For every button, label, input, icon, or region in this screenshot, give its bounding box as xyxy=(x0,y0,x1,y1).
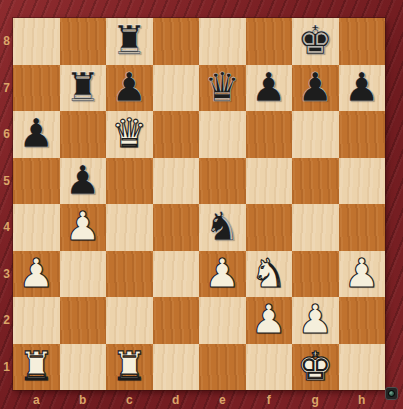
black-pawn[interactable]: ♟ xyxy=(344,67,380,107)
corner-dot-button[interactable] xyxy=(385,387,398,400)
square-g1[interactable]: ♚ xyxy=(292,344,339,391)
square-f8[interactable] xyxy=(246,18,293,65)
white-queen[interactable]: ♛ xyxy=(111,113,147,153)
white-king[interactable]: ♚ xyxy=(297,346,333,386)
file-label-g: g xyxy=(292,390,339,409)
square-f1[interactable] xyxy=(246,344,293,391)
square-a1[interactable]: ♜ xyxy=(13,344,60,391)
square-e8[interactable] xyxy=(199,18,246,65)
file-label-e: e xyxy=(199,390,246,409)
square-e6[interactable] xyxy=(199,111,246,158)
white-knight[interactable]: ♞ xyxy=(251,253,287,293)
rank-label-3: 3 xyxy=(0,251,13,298)
black-pawn[interactable]: ♟ xyxy=(111,67,147,107)
square-c1[interactable]: ♜ xyxy=(106,344,153,391)
square-f5[interactable] xyxy=(246,158,293,205)
square-b6[interactable] xyxy=(60,111,107,158)
file-label-f: f xyxy=(246,390,293,409)
black-king[interactable]: ♚ xyxy=(297,20,333,60)
square-a2[interactable] xyxy=(13,297,60,344)
square-e4[interactable]: ♞ xyxy=(199,204,246,251)
square-d4[interactable] xyxy=(153,204,200,251)
square-f6[interactable] xyxy=(246,111,293,158)
square-h8[interactable] xyxy=(339,18,386,65)
square-c7[interactable]: ♟ xyxy=(106,65,153,112)
square-a6[interactable]: ♟ xyxy=(13,111,60,158)
white-rook[interactable]: ♜ xyxy=(111,346,147,386)
rank-label-8: 8 xyxy=(0,18,13,65)
white-pawn[interactable]: ♟ xyxy=(65,206,101,246)
file-label-h: h xyxy=(339,390,386,409)
rank-label-1: 1 xyxy=(0,344,13,391)
chess-board-frame: ♜♚♜♟♛♟♟♟♟♛♟♟♞♟♟♞♟♟♟♜♜♚ 87654321 abcdefgh xyxy=(0,0,403,409)
square-g2[interactable]: ♟ xyxy=(292,297,339,344)
rank-label-2: 2 xyxy=(0,297,13,344)
square-e1[interactable] xyxy=(199,344,246,391)
square-a8[interactable] xyxy=(13,18,60,65)
chess-board: ♜♚♜♟♛♟♟♟♟♛♟♟♞♟♟♞♟♟♟♜♜♚ xyxy=(13,18,385,390)
square-g8[interactable]: ♚ xyxy=(292,18,339,65)
black-pawn[interactable]: ♟ xyxy=(297,67,333,107)
square-e3[interactable]: ♟ xyxy=(199,251,246,298)
square-a7[interactable] xyxy=(13,65,60,112)
black-rook[interactable]: ♜ xyxy=(111,20,147,60)
rank-label-4: 4 xyxy=(0,204,13,251)
square-d7[interactable] xyxy=(153,65,200,112)
square-b2[interactable] xyxy=(60,297,107,344)
square-h6[interactable] xyxy=(339,111,386,158)
square-b4[interactable]: ♟ xyxy=(60,204,107,251)
square-g3[interactable] xyxy=(292,251,339,298)
white-pawn[interactable]: ♟ xyxy=(204,253,240,293)
square-c3[interactable] xyxy=(106,251,153,298)
white-pawn[interactable]: ♟ xyxy=(297,299,333,339)
square-c6[interactable]: ♛ xyxy=(106,111,153,158)
square-b3[interactable] xyxy=(60,251,107,298)
square-b5[interactable]: ♟ xyxy=(60,158,107,205)
black-pawn[interactable]: ♟ xyxy=(251,67,287,107)
square-a4[interactable] xyxy=(13,204,60,251)
rank-label-5: 5 xyxy=(0,158,13,205)
black-pawn[interactable]: ♟ xyxy=(18,113,54,153)
square-g6[interactable] xyxy=(292,111,339,158)
black-rook[interactable]: ♜ xyxy=(65,67,101,107)
file-labels: abcdefgh xyxy=(13,390,385,409)
file-label-b: b xyxy=(60,390,107,409)
square-d8[interactable] xyxy=(153,18,200,65)
target-dot-icon xyxy=(388,390,395,397)
file-label-c: c xyxy=(106,390,153,409)
square-h3[interactable]: ♟ xyxy=(339,251,386,298)
file-label-a: a xyxy=(13,390,60,409)
square-e5[interactable] xyxy=(199,158,246,205)
square-d6[interactable] xyxy=(153,111,200,158)
rank-labels: 87654321 xyxy=(0,18,13,390)
white-pawn[interactable]: ♟ xyxy=(18,253,54,293)
square-f7[interactable]: ♟ xyxy=(246,65,293,112)
square-h7[interactable]: ♟ xyxy=(339,65,386,112)
white-pawn[interactable]: ♟ xyxy=(344,253,380,293)
square-h4[interactable] xyxy=(339,204,386,251)
square-b1[interactable] xyxy=(60,344,107,391)
square-g4[interactable] xyxy=(292,204,339,251)
square-c2[interactable] xyxy=(106,297,153,344)
square-d1[interactable] xyxy=(153,344,200,391)
black-pawn[interactable]: ♟ xyxy=(65,160,101,200)
square-h1[interactable] xyxy=(339,344,386,391)
square-g5[interactable] xyxy=(292,158,339,205)
file-label-d: d xyxy=(153,390,200,409)
white-rook[interactable]: ♜ xyxy=(18,346,54,386)
square-h2[interactable] xyxy=(339,297,386,344)
black-queen[interactable]: ♛ xyxy=(204,67,240,107)
black-knight[interactable]: ♞ xyxy=(204,206,240,246)
square-f3[interactable]: ♞ xyxy=(246,251,293,298)
square-c4[interactable] xyxy=(106,204,153,251)
rank-label-7: 7 xyxy=(0,65,13,112)
square-f4[interactable] xyxy=(246,204,293,251)
square-a3[interactable]: ♟ xyxy=(13,251,60,298)
square-h5[interactable] xyxy=(339,158,386,205)
white-pawn[interactable]: ♟ xyxy=(251,299,287,339)
square-b8[interactable] xyxy=(60,18,107,65)
rank-label-6: 6 xyxy=(0,111,13,158)
square-g7[interactable]: ♟ xyxy=(292,65,339,112)
square-f2[interactable]: ♟ xyxy=(246,297,293,344)
square-a5[interactable] xyxy=(13,158,60,205)
square-e7[interactable]: ♛ xyxy=(199,65,246,112)
square-c8[interactable]: ♜ xyxy=(106,18,153,65)
square-c5[interactable] xyxy=(106,158,153,205)
square-e2[interactable] xyxy=(199,297,246,344)
square-d2[interactable] xyxy=(153,297,200,344)
square-d3[interactable] xyxy=(153,251,200,298)
square-b7[interactable]: ♜ xyxy=(60,65,107,112)
square-d5[interactable] xyxy=(153,158,200,205)
